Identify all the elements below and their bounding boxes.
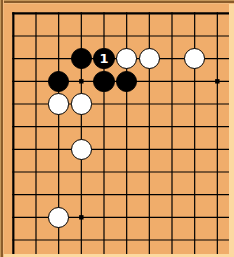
white-stone xyxy=(184,48,205,69)
black-stone xyxy=(116,71,137,92)
black-stone xyxy=(48,71,69,92)
white-stone xyxy=(116,48,137,69)
white-stone xyxy=(48,207,69,228)
move-number-label: 1 xyxy=(99,52,108,66)
black-stone xyxy=(93,71,114,92)
white-stone xyxy=(48,93,69,114)
go-board-diagram: 1 xyxy=(0,0,234,257)
black-stone xyxy=(71,48,92,69)
white-stone xyxy=(71,93,92,114)
black-stone: 1 xyxy=(93,48,114,69)
white-stone xyxy=(139,48,160,69)
white-stone xyxy=(71,139,92,160)
stones-layer: 1 xyxy=(2,2,229,251)
